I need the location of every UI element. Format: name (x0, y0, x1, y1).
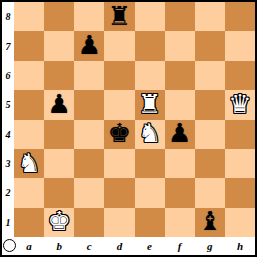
square-b3[interactable] (44, 149, 74, 178)
file-label-a: a (14, 237, 44, 255)
square-h7[interactable] (225, 31, 255, 60)
square-h3[interactable] (225, 149, 255, 178)
square-c1[interactable] (74, 208, 104, 237)
square-e4[interactable]: ♞ (135, 120, 165, 149)
square-c5[interactable] (74, 90, 104, 119)
file-label-h: h (225, 237, 255, 255)
black-king-d4[interactable]: ♚ (108, 120, 131, 146)
square-b4[interactable] (44, 120, 74, 149)
square-h5[interactable]: ♛ (225, 90, 255, 119)
white-queen-h5[interactable]: ♛ (228, 91, 251, 117)
square-d1[interactable] (104, 208, 134, 237)
square-g2[interactable] (195, 178, 225, 207)
white-knight-a3[interactable]: ♞ (17, 150, 40, 176)
board-grid: ♜♟♟♜♛♚♞♟♞♚♝ (14, 2, 255, 237)
black-pawn-c7[interactable]: ♟ (78, 32, 101, 58)
square-h2[interactable] (225, 178, 255, 207)
file-label-b: b (44, 237, 74, 255)
square-g4[interactable] (195, 120, 225, 149)
chess-diagram: 87654321 ♜♟♟♜♛♚♞♟♞♚♝ abcdefgh (0, 0, 257, 257)
square-b2[interactable] (44, 178, 74, 207)
rank-label-7: 7 (2, 31, 14, 60)
file-label-g: g (195, 237, 225, 255)
square-f3[interactable] (165, 149, 195, 178)
white-rook-e5[interactable]: ♜ (138, 91, 161, 117)
square-d6[interactable] (104, 61, 134, 90)
square-g3[interactable] (195, 149, 225, 178)
file-label-d: d (104, 237, 134, 255)
square-e5[interactable]: ♜ (135, 90, 165, 119)
rank-label-2: 2 (2, 178, 14, 207)
square-a3[interactable]: ♞ (14, 149, 44, 178)
square-c2[interactable] (74, 178, 104, 207)
rank-label-6: 6 (2, 61, 14, 90)
black-rook-d8[interactable]: ♜ (108, 3, 131, 29)
square-h4[interactable] (225, 120, 255, 149)
square-c7[interactable]: ♟ (74, 31, 104, 60)
square-g8[interactable] (195, 2, 225, 31)
square-a4[interactable] (14, 120, 44, 149)
square-d8[interactable]: ♜ (104, 2, 134, 31)
square-g5[interactable] (195, 90, 225, 119)
black-bishop-g1[interactable]: ♝ (198, 208, 221, 234)
square-e3[interactable] (135, 149, 165, 178)
square-g1[interactable]: ♝ (195, 208, 225, 237)
black-pawn-f4[interactable]: ♟ (168, 120, 191, 146)
square-f5[interactable] (165, 90, 195, 119)
rank-labels: 87654321 (2, 2, 14, 237)
square-d2[interactable] (104, 178, 134, 207)
rank-label-3: 3 (2, 149, 14, 178)
square-e1[interactable] (135, 208, 165, 237)
rank-label-1: 1 (2, 208, 14, 237)
square-e8[interactable] (135, 2, 165, 31)
square-c3[interactable] (74, 149, 104, 178)
white-knight-e4[interactable]: ♞ (138, 120, 161, 146)
square-d5[interactable] (104, 90, 134, 119)
black-pawn-b5[interactable]: ♟ (48, 91, 71, 117)
square-b8[interactable] (44, 2, 74, 31)
square-c8[interactable] (74, 2, 104, 31)
file-labels: abcdefgh (14, 237, 255, 255)
square-b5[interactable]: ♟ (44, 90, 74, 119)
square-f6[interactable] (165, 61, 195, 90)
square-f1[interactable] (165, 208, 195, 237)
square-h1[interactable] (225, 208, 255, 237)
square-e6[interactable] (135, 61, 165, 90)
file-label-e: e (135, 237, 165, 255)
square-e7[interactable] (135, 31, 165, 60)
square-c6[interactable] (74, 61, 104, 90)
square-b6[interactable] (44, 61, 74, 90)
square-a2[interactable] (14, 178, 44, 207)
rank-label-8: 8 (2, 2, 14, 31)
file-label-c: c (74, 237, 104, 255)
square-f8[interactable] (165, 2, 195, 31)
square-a8[interactable] (14, 2, 44, 31)
square-a1[interactable] (14, 208, 44, 237)
white-king-b1[interactable]: ♚ (48, 208, 71, 234)
square-d7[interactable] (104, 31, 134, 60)
square-a7[interactable] (14, 31, 44, 60)
side-to-move-indicator (3, 239, 16, 252)
square-h6[interactable] (225, 61, 255, 90)
square-g7[interactable] (195, 31, 225, 60)
square-h8[interactable] (225, 2, 255, 31)
square-e2[interactable] (135, 178, 165, 207)
square-g6[interactable] (195, 61, 225, 90)
square-c4[interactable] (74, 120, 104, 149)
square-f4[interactable]: ♟ (165, 120, 195, 149)
square-f2[interactable] (165, 178, 195, 207)
square-d3[interactable] (104, 149, 134, 178)
file-label-f: f (165, 237, 195, 255)
rank-label-4: 4 (2, 120, 14, 149)
square-f7[interactable] (165, 31, 195, 60)
square-a6[interactable] (14, 61, 44, 90)
square-d4[interactable]: ♚ (104, 120, 134, 149)
square-b7[interactable] (44, 31, 74, 60)
rank-label-5: 5 (2, 90, 14, 119)
square-b1[interactable]: ♚ (44, 208, 74, 237)
square-a5[interactable] (14, 90, 44, 119)
